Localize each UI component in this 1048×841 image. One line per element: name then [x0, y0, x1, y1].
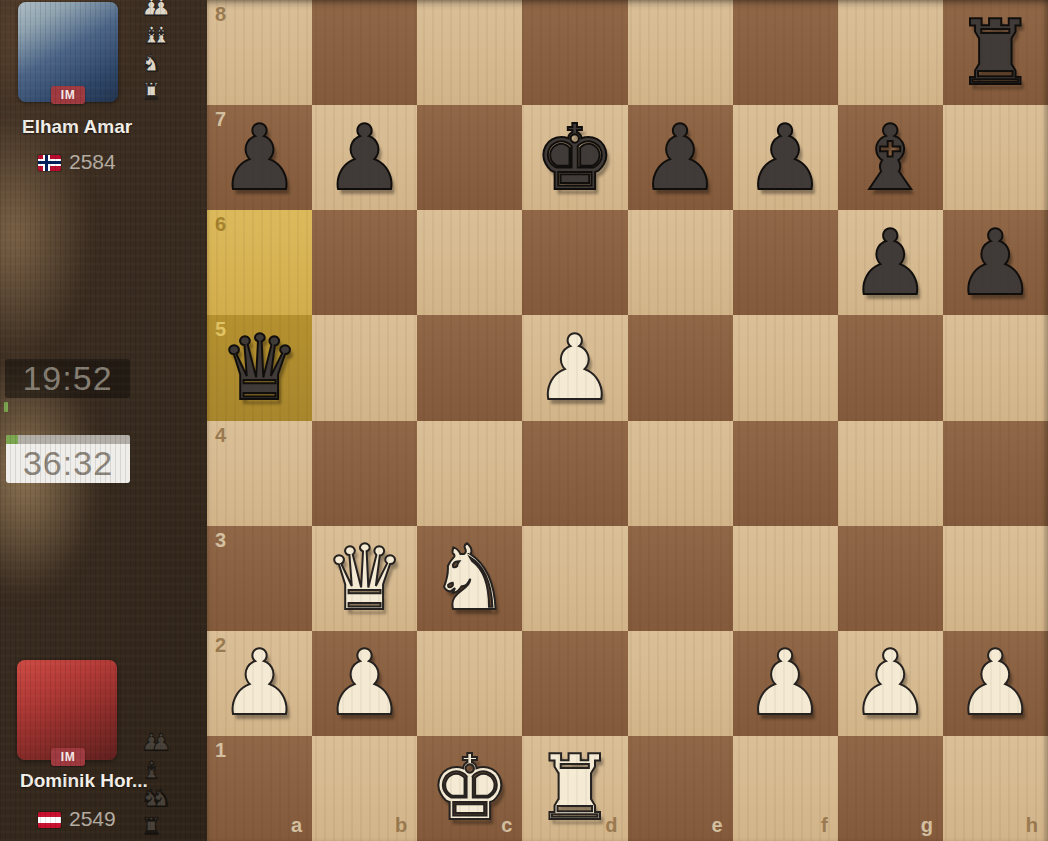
piece-black-pawn-f7[interactable]: ♟	[733, 105, 838, 210]
square-e6[interactable]	[628, 210, 733, 315]
clock-bottom-wrap: 36:32	[6, 435, 130, 483]
square-h8[interactable]: ♜	[943, 0, 1048, 105]
square-d5[interactable]: ♟	[522, 315, 627, 420]
captured-black-pawn-group: ♟♟	[141, 731, 171, 754]
square-d2[interactable]	[522, 631, 627, 736]
title-badge-top: IM	[51, 86, 85, 104]
captured-pieces-top: ♟♟♝♝♞♜	[141, 0, 171, 103]
captured-black-rook-group: ♜	[141, 815, 171, 838]
square-g8[interactable]	[838, 0, 943, 105]
square-b5[interactable]	[312, 315, 417, 420]
piece-white-pawn-d5[interactable]: ♟	[522, 315, 627, 420]
square-e2[interactable]	[628, 631, 733, 736]
square-a6[interactable]: 6	[207, 210, 312, 315]
file-label-f: f	[821, 814, 828, 837]
captured-white-rook-group: ♜	[141, 80, 171, 103]
square-a3[interactable]: 3	[207, 526, 312, 631]
square-c4[interactable]	[417, 421, 522, 526]
avatar-bottom-player[interactable]	[17, 660, 117, 760]
square-h4[interactable]	[943, 421, 1048, 526]
captured-white-bishop-icon: ♝	[151, 24, 172, 47]
square-b2[interactable]: ♟	[312, 631, 417, 736]
rank-label-4: 4	[215, 424, 226, 447]
square-f6[interactable]	[733, 210, 838, 315]
square-a2[interactable]: 2♟	[207, 631, 312, 736]
captured-black-knight-icon: ♞	[151, 787, 172, 810]
time-bar-remaining-top	[4, 402, 8, 412]
piece-black-pawn-a7[interactable]: ♟	[207, 105, 312, 210]
square-d3[interactable]	[522, 526, 627, 631]
clock-bottom: 36:32	[6, 444, 130, 483]
piece-white-pawn-a2[interactable]: ♟	[207, 631, 312, 736]
piece-black-rook-h8[interactable]: ♜	[943, 0, 1048, 105]
piece-black-king-d7[interactable]: ♚	[522, 105, 627, 210]
square-c2[interactable]	[417, 631, 522, 736]
square-d4[interactable]	[522, 421, 627, 526]
player-name-bottom[interactable]: Dominik Hor...	[20, 770, 148, 792]
square-c8[interactable]	[417, 0, 522, 105]
square-e8[interactable]	[628, 0, 733, 105]
file-label-a: a	[291, 814, 302, 837]
piece-white-pawn-b2[interactable]: ♟	[312, 631, 417, 736]
rating-top: 2584	[69, 150, 116, 174]
square-e4[interactable]	[628, 421, 733, 526]
piece-white-king-c1[interactable]: ♚	[417, 736, 522, 841]
square-a5[interactable]: 5♛	[207, 315, 312, 420]
captured-black-rook-icon: ♜	[141, 815, 162, 838]
piece-black-pawn-e7[interactable]: ♟	[628, 105, 733, 210]
piece-black-pawn-b7[interactable]: ♟	[312, 105, 417, 210]
square-e3[interactable]	[628, 526, 733, 631]
square-e7[interactable]: ♟	[628, 105, 733, 210]
square-a1[interactable]: 1a	[207, 736, 312, 841]
square-g1[interactable]: g	[838, 736, 943, 841]
norway-flag-icon	[38, 155, 61, 171]
square-g4[interactable]	[838, 421, 943, 526]
square-d7[interactable]: ♚	[522, 105, 627, 210]
square-g6[interactable]: ♟	[838, 210, 943, 315]
square-b1[interactable]: b	[312, 736, 417, 841]
square-d8[interactable]	[522, 0, 627, 105]
rank-label-6: 6	[215, 213, 226, 236]
rank-label-3: 3	[215, 529, 226, 552]
square-b4[interactable]	[312, 421, 417, 526]
square-h3[interactable]	[943, 526, 1048, 631]
piece-black-bishop-g7[interactable]: ♝	[838, 105, 943, 210]
piece-black-pawn-h6[interactable]: ♟	[943, 210, 1048, 315]
square-b7[interactable]: ♟	[312, 105, 417, 210]
sidebar: IM Elham Amar 2584 ♟♟♝♝♞♜ 19:52 36:32 IM…	[0, 0, 207, 841]
square-h7[interactable]	[943, 105, 1048, 210]
player-name-top[interactable]: Elham Amar	[22, 116, 132, 138]
file-label-h: h	[1026, 814, 1038, 837]
captured-white-pawn-group: ♟♟	[141, 0, 171, 19]
square-f7[interactable]: ♟	[733, 105, 838, 210]
square-a4[interactable]: 4	[207, 421, 312, 526]
square-d6[interactable]	[522, 210, 627, 315]
square-c5[interactable]	[417, 315, 522, 420]
file-label-g: g	[921, 814, 933, 837]
square-e1[interactable]: e	[628, 736, 733, 841]
title-badge-bottom: IM	[51, 748, 85, 766]
captured-white-pawn-icon: ♟	[151, 0, 172, 19]
rank-label-1: 1	[215, 739, 226, 762]
square-f2[interactable]: ♟	[733, 631, 838, 736]
square-a7[interactable]: 7♟	[207, 105, 312, 210]
chess-board: 8♜7♟♟♚♟♟♝6♟♟5♛♟43♛♞2♟♟♟♟♟1abc♚d♜efgh	[207, 0, 1048, 841]
piece-white-rook-d1[interactable]: ♜	[522, 736, 627, 841]
square-c7[interactable]	[417, 105, 522, 210]
captured-white-knight-group: ♞	[141, 52, 171, 75]
square-g3[interactable]	[838, 526, 943, 631]
captured-black-pawn-icon: ♟	[151, 731, 172, 754]
square-b8[interactable]	[312, 0, 417, 105]
square-f4[interactable]	[733, 421, 838, 526]
square-g2[interactable]: ♟	[838, 631, 943, 736]
square-d1[interactable]: d♜	[522, 736, 627, 841]
captured-black-bishop-icon: ♝	[141, 759, 162, 782]
captured-white-rook-icon: ♜	[141, 80, 162, 103]
captured-black-bishop-group: ♝	[141, 759, 171, 782]
piece-white-pawn-g2[interactable]: ♟	[838, 631, 943, 736]
square-h5[interactable]	[943, 315, 1048, 420]
square-c3[interactable]: ♞	[417, 526, 522, 631]
square-h6[interactable]: ♟	[943, 210, 1048, 315]
piece-white-pawn-f2[interactable]: ♟	[733, 631, 838, 736]
rank-label-8: 8	[215, 3, 226, 26]
square-f3[interactable]	[733, 526, 838, 631]
piece-white-knight-c3[interactable]: ♞	[417, 526, 522, 631]
square-g5[interactable]	[838, 315, 943, 420]
square-f8[interactable]	[733, 0, 838, 105]
square-f5[interactable]	[733, 315, 838, 420]
clock-top: 19:52	[5, 359, 130, 398]
piece-white-queen-b3[interactable]: ♛	[312, 526, 417, 631]
time-bar-remaining-bottom	[6, 435, 18, 444]
square-c1[interactable]: c♚	[417, 736, 522, 841]
file-label-e: e	[712, 814, 723, 837]
square-b6[interactable]	[312, 210, 417, 315]
piece-black-queen-a5[interactable]: ♛	[207, 315, 312, 420]
square-h1[interactable]: h	[943, 736, 1048, 841]
square-a8[interactable]: 8	[207, 0, 312, 105]
square-g7[interactable]: ♝	[838, 105, 943, 210]
austria-flag-icon	[38, 812, 61, 828]
captured-white-knight-icon: ♞	[141, 52, 162, 75]
rating-bottom: 2549	[69, 807, 116, 831]
captured-black-knight-group: ♞♞	[141, 787, 171, 810]
square-c6[interactable]	[417, 210, 522, 315]
captured-white-bishop-group: ♝♝	[141, 24, 171, 47]
piece-white-pawn-h2[interactable]: ♟	[943, 631, 1048, 736]
piece-black-pawn-g6[interactable]: ♟	[838, 210, 943, 315]
square-e5[interactable]	[628, 315, 733, 420]
square-f1[interactable]: f	[733, 736, 838, 841]
file-label-b: b	[395, 814, 407, 837]
captured-pieces-bottom: ♟♟♝♞♞♜	[141, 731, 171, 838]
time-bar-track-bottom	[6, 435, 130, 444]
square-h2[interactable]: ♟	[943, 631, 1048, 736]
square-b3[interactable]: ♛	[312, 526, 417, 631]
background-photo-blur	[0, 110, 90, 360]
